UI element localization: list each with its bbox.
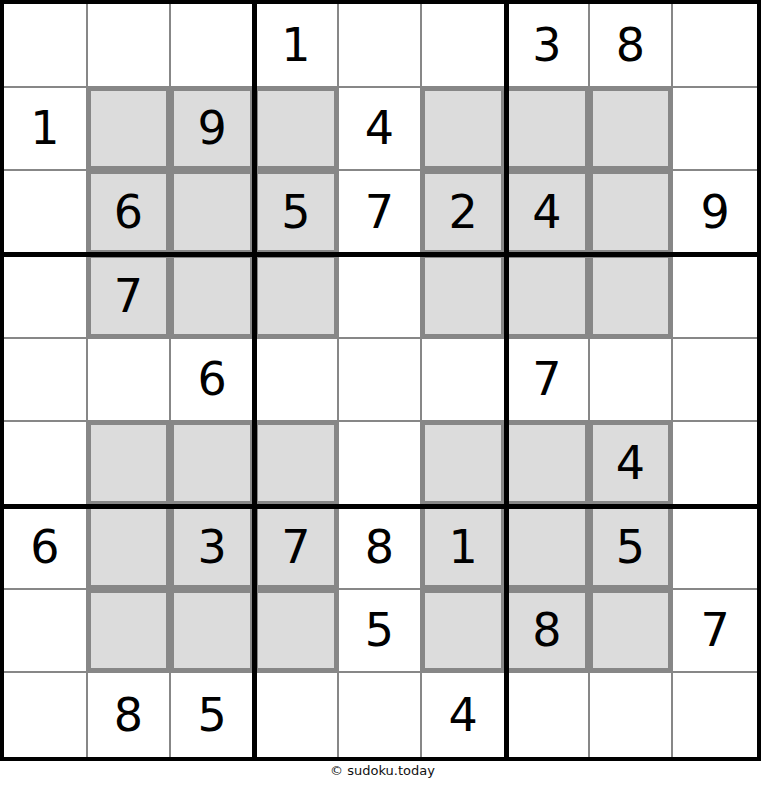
cell-r6c2[interactable] (88, 422, 172, 506)
cell-r9c1[interactable] (4, 673, 88, 757)
cell-r8c5[interactable]: 5 (339, 590, 423, 674)
cell-r8c9[interactable]: 7 (673, 590, 757, 674)
cell-r1c1[interactable] (4, 4, 88, 88)
cell-r7c6[interactable]: 1 (422, 506, 506, 590)
cell-r2c7[interactable] (506, 88, 590, 172)
cell-r7c7[interactable] (506, 506, 590, 590)
cell-r5c1[interactable] (4, 339, 88, 423)
cell-r5c9[interactable] (673, 339, 757, 423)
cell-r7c8[interactable]: 5 (590, 506, 674, 590)
cell-r1c6[interactable] (422, 4, 506, 88)
cell-r3c4[interactable]: 5 (255, 171, 339, 255)
cell-r2c6[interactable] (422, 88, 506, 172)
cell-r4c6[interactable] (422, 255, 506, 339)
cell-r5c3[interactable]: 6 (171, 339, 255, 423)
cell-r4c2[interactable]: 7 (88, 255, 172, 339)
cell-r2c2[interactable] (88, 88, 172, 172)
cell-r5c4[interactable] (255, 339, 339, 423)
cell-r8c7[interactable]: 8 (506, 590, 590, 674)
cell-r3c8[interactable] (590, 171, 674, 255)
cell-r1c4[interactable]: 1 (255, 4, 339, 88)
cell-r1c9[interactable] (673, 4, 757, 88)
box-divider-horizontal-2 (4, 504, 757, 509)
cell-r9c2[interactable]: 8 (88, 673, 172, 757)
cell-r6c5[interactable] (339, 422, 423, 506)
cell-r9c4[interactable] (255, 673, 339, 757)
cell-r1c3[interactable] (171, 4, 255, 88)
cell-r1c5[interactable] (339, 4, 423, 88)
cell-r7c5[interactable]: 8 (339, 506, 423, 590)
cell-r2c4[interactable] (255, 88, 339, 172)
cell-r5c6[interactable] (422, 339, 506, 423)
cell-r2c5[interactable]: 4 (339, 88, 423, 172)
cell-r9c9[interactable] (673, 673, 757, 757)
cell-r1c8[interactable]: 8 (590, 4, 674, 88)
cell-r3c3[interactable] (171, 171, 255, 255)
cell-r2c8[interactable] (590, 88, 674, 172)
cell-r2c3[interactable]: 9 (171, 88, 255, 172)
cell-r6c6[interactable] (422, 422, 506, 506)
box-divider-vertical-1 (252, 4, 257, 757)
box-divider-vertical-2 (504, 4, 509, 757)
cell-r6c8[interactable]: 4 (590, 422, 674, 506)
cell-r8c6[interactable] (422, 590, 506, 674)
cell-r5c7[interactable]: 7 (506, 339, 590, 423)
cell-r9c8[interactable] (590, 673, 674, 757)
cell-r4c3[interactable] (171, 255, 255, 339)
footer-copyright: © sudoku.today (0, 763, 765, 778)
cell-r3c6[interactable]: 2 (422, 171, 506, 255)
cell-r6c1[interactable] (4, 422, 88, 506)
cell-r3c1[interactable] (4, 171, 88, 255)
cell-r3c5[interactable]: 7 (339, 171, 423, 255)
sudoku-page: 1381946572497674637815587854 © sudoku.to… (0, 0, 765, 785)
cell-r9c6[interactable]: 4 (422, 673, 506, 757)
cell-r7c1[interactable]: 6 (4, 506, 88, 590)
cell-r7c4[interactable]: 7 (255, 506, 339, 590)
cell-r4c5[interactable] (339, 255, 423, 339)
cell-r3c9[interactable]: 9 (673, 171, 757, 255)
cell-r7c2[interactable] (88, 506, 172, 590)
cell-r6c3[interactable] (171, 422, 255, 506)
cell-r4c4[interactable] (255, 255, 339, 339)
cell-r9c5[interactable] (339, 673, 423, 757)
cell-r8c1[interactable] (4, 590, 88, 674)
cell-r7c9[interactable] (673, 506, 757, 590)
cell-r8c8[interactable] (590, 590, 674, 674)
cell-r2c9[interactable] (673, 88, 757, 172)
cell-r5c2[interactable] (88, 339, 172, 423)
cell-r4c7[interactable] (506, 255, 590, 339)
cell-r6c4[interactable] (255, 422, 339, 506)
cell-r4c1[interactable] (4, 255, 88, 339)
cell-r5c5[interactable] (339, 339, 423, 423)
sudoku-board: 1381946572497674637815587854 (0, 0, 761, 761)
cell-r9c3[interactable]: 5 (171, 673, 255, 757)
cell-r1c7[interactable]: 3 (506, 4, 590, 88)
cell-r7c3[interactable]: 3 (171, 506, 255, 590)
cell-r6c9[interactable] (673, 422, 757, 506)
cell-r3c7[interactable]: 4 (506, 171, 590, 255)
cell-r3c2[interactable]: 6 (88, 171, 172, 255)
cell-r2c1[interactable]: 1 (4, 88, 88, 172)
box-divider-horizontal-1 (4, 252, 757, 257)
cell-r8c3[interactable] (171, 590, 255, 674)
cell-r8c4[interactable] (255, 590, 339, 674)
cell-r6c7[interactable] (506, 422, 590, 506)
cell-r4c9[interactable] (673, 255, 757, 339)
cell-r8c2[interactable] (88, 590, 172, 674)
cell-r9c7[interactable] (506, 673, 590, 757)
cell-r1c2[interactable] (88, 4, 172, 88)
cell-r5c8[interactable] (590, 339, 674, 423)
cell-r4c8[interactable] (590, 255, 674, 339)
